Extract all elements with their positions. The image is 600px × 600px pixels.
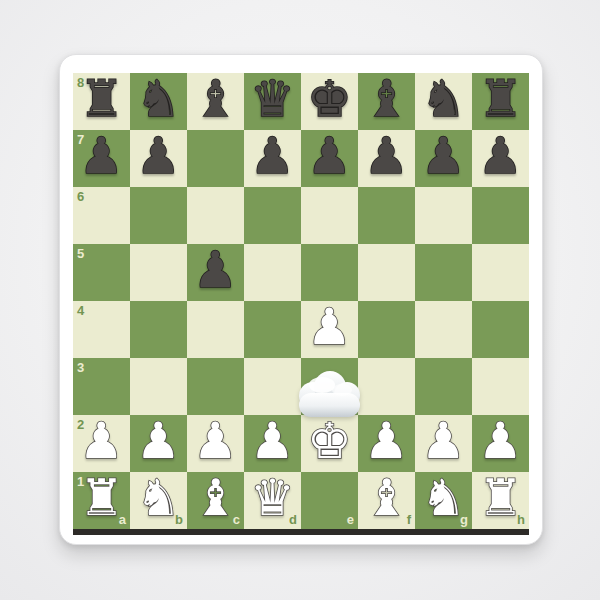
black-pawn-e7[interactable]: ♟: [301, 128, 358, 185]
square-h8[interactable]: ♜: [472, 73, 529, 130]
square-e1[interactable]: e: [301, 472, 358, 529]
square-h2[interactable]: ♟: [472, 415, 529, 472]
square-c5[interactable]: ♟: [187, 244, 244, 301]
square-a1[interactable]: 1a♜: [73, 472, 130, 529]
square-d5[interactable]: [244, 244, 301, 301]
white-knight-g1[interactable]: ♞: [415, 470, 472, 527]
square-b6[interactable]: [130, 187, 187, 244]
square-d6[interactable]: [244, 187, 301, 244]
square-c7[interactable]: [187, 130, 244, 187]
square-e6[interactable]: [301, 187, 358, 244]
square-a7[interactable]: 7♟: [73, 130, 130, 187]
square-c2[interactable]: ♟: [187, 415, 244, 472]
rank-label-4: 4: [77, 304, 84, 317]
square-f4[interactable]: [358, 301, 415, 358]
square-b3[interactable]: [130, 358, 187, 415]
square-c8[interactable]: ♝: [187, 73, 244, 130]
white-pawn-e4[interactable]: ♟: [301, 299, 358, 356]
square-f7[interactable]: ♟: [358, 130, 415, 187]
square-d1[interactable]: d♛: [244, 472, 301, 529]
white-pawn-f2[interactable]: ♟: [358, 413, 415, 470]
square-e3[interactable]: [301, 358, 358, 415]
square-f1[interactable]: f♝: [358, 472, 415, 529]
square-a2[interactable]: 2♟: [73, 415, 130, 472]
square-h7[interactable]: ♟: [472, 130, 529, 187]
black-bishop-c8[interactable]: ♝: [187, 71, 244, 128]
white-pawn-h2[interactable]: ♟: [472, 413, 529, 470]
square-c3[interactable]: [187, 358, 244, 415]
square-d3[interactable]: [244, 358, 301, 415]
square-g6[interactable]: [415, 187, 472, 244]
white-pawn-g2[interactable]: ♟: [415, 413, 472, 470]
white-knight-b1[interactable]: ♞: [130, 470, 187, 527]
black-pawn-c5[interactable]: ♟: [187, 242, 244, 299]
black-queen-d8[interactable]: ♛: [244, 71, 301, 128]
white-bishop-c1[interactable]: ♝: [187, 470, 244, 527]
square-b5[interactable]: [130, 244, 187, 301]
square-g3[interactable]: [415, 358, 472, 415]
square-f6[interactable]: [358, 187, 415, 244]
square-a3[interactable]: 3: [73, 358, 130, 415]
white-pawn-d2[interactable]: ♟: [244, 413, 301, 470]
square-e4[interactable]: ♟: [301, 301, 358, 358]
square-a8[interactable]: 8♜: [73, 73, 130, 130]
square-b8[interactable]: ♞: [130, 73, 187, 130]
board-bottom-edge: [73, 529, 529, 535]
white-king-e2[interactable]: ♚: [301, 413, 358, 470]
rank-label-6: 6: [77, 190, 84, 203]
square-c4[interactable]: [187, 301, 244, 358]
sticker: 8♜♞♝♛♚♝♞♜7♟♟♟♟♟♟♟65♟4♟32♟♟♟♟♚♟♟♟1a♜b♞c♝d…: [59, 54, 543, 545]
file-label-e: e: [347, 513, 354, 526]
white-pawn-c2[interactable]: ♟: [187, 413, 244, 470]
rank-label-3: 3: [77, 361, 84, 374]
black-pawn-g7[interactable]: ♟: [415, 128, 472, 185]
square-c1[interactable]: c♝: [187, 472, 244, 529]
square-g1[interactable]: g♞: [415, 472, 472, 529]
white-pawn-b2[interactable]: ♟: [130, 413, 187, 470]
black-bishop-f8[interactable]: ♝: [358, 71, 415, 128]
square-h4[interactable]: [472, 301, 529, 358]
square-a6[interactable]: 6: [73, 187, 130, 244]
board-wrap: 8♜♞♝♛♚♝♞♜7♟♟♟♟♟♟♟65♟4♟32♟♟♟♟♚♟♟♟1a♜b♞c♝d…: [73, 73, 529, 535]
square-a4[interactable]: 4: [73, 301, 130, 358]
square-h3[interactable]: [472, 358, 529, 415]
square-d7[interactable]: ♟: [244, 130, 301, 187]
black-pawn-b7[interactable]: ♟: [130, 128, 187, 185]
square-e5[interactable]: [301, 244, 358, 301]
square-h5[interactable]: [472, 244, 529, 301]
white-bishop-f1[interactable]: ♝: [358, 470, 415, 527]
square-g5[interactable]: [415, 244, 472, 301]
square-d4[interactable]: [244, 301, 301, 358]
black-king-e8[interactable]: ♚: [301, 71, 358, 128]
square-f3[interactable]: [358, 358, 415, 415]
square-c6[interactable]: [187, 187, 244, 244]
white-pawn-a2[interactable]: ♟: [73, 413, 130, 470]
square-e7[interactable]: ♟: [301, 130, 358, 187]
black-pawn-a7[interactable]: ♟: [73, 128, 130, 185]
chess-board[interactable]: 8♜♞♝♛♚♝♞♜7♟♟♟♟♟♟♟65♟4♟32♟♟♟♟♚♟♟♟1a♜b♞c♝d…: [73, 73, 529, 529]
square-e8[interactable]: ♚: [301, 73, 358, 130]
square-e2[interactable]: ♚: [301, 415, 358, 472]
black-knight-g8[interactable]: ♞: [415, 71, 472, 128]
square-f8[interactable]: ♝: [358, 73, 415, 130]
black-pawn-f7[interactable]: ♟: [358, 128, 415, 185]
white-rook-h1[interactable]: ♜: [472, 470, 529, 527]
white-queen-d1[interactable]: ♛: [244, 470, 301, 527]
square-b4[interactable]: [130, 301, 187, 358]
square-d2[interactable]: ♟: [244, 415, 301, 472]
square-d8[interactable]: ♛: [244, 73, 301, 130]
square-g4[interactable]: [415, 301, 472, 358]
black-pawn-d7[interactable]: ♟: [244, 128, 301, 185]
white-rook-a1[interactable]: ♜: [73, 470, 130, 527]
rank-label-5: 5: [77, 247, 84, 260]
square-g2[interactable]: ♟: [415, 415, 472, 472]
black-pawn-h7[interactable]: ♟: [472, 128, 529, 185]
black-knight-b8[interactable]: ♞: [130, 71, 187, 128]
square-b1[interactable]: b♞: [130, 472, 187, 529]
black-rook-h8[interactable]: ♜: [472, 71, 529, 128]
square-b7[interactable]: ♟: [130, 130, 187, 187]
square-a5[interactable]: 5: [73, 244, 130, 301]
square-g8[interactable]: ♞: [415, 73, 472, 130]
black-rook-a8[interactable]: ♜: [73, 71, 130, 128]
square-f2[interactable]: ♟: [358, 415, 415, 472]
square-b2[interactable]: ♟: [130, 415, 187, 472]
sticker-mockup-scene: 8♜♞♝♛♚♝♞♜7♟♟♟♟♟♟♟65♟4♟32♟♟♟♟♚♟♟♟1a♜b♞c♝d…: [0, 0, 600, 600]
square-f5[interactable]: [358, 244, 415, 301]
square-h1[interactable]: h♜: [472, 472, 529, 529]
square-g7[interactable]: ♟: [415, 130, 472, 187]
square-h6[interactable]: [472, 187, 529, 244]
